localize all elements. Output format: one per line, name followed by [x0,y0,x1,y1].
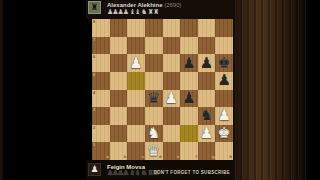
square-g5[interactable] [198,72,216,90]
square-c5[interactable] [127,72,145,90]
left-edge-sliver [0,0,3,180]
square-e5[interactable] [163,72,181,90]
white-pawn-avatar-icon: ♟ [90,165,98,174]
captured-white-pieces-tray: ♟♟♟♟ ♝♝ ♞ ♜♜ [107,9,158,16]
square-b5[interactable] [110,72,128,90]
square-d7[interactable] [145,37,163,55]
square-b4[interactable] [110,90,128,108]
square-c1[interactable]: c [127,142,145,160]
square-f5[interactable] [180,72,198,90]
square-g2[interactable]: ♟ [198,125,216,143]
white-pawn-c6[interactable]: ♟ [127,54,145,72]
wood-background-panel [233,0,306,180]
square-b1[interactable]: b [110,142,128,160]
square-d2[interactable]: ♞ [145,125,163,143]
file-label-b: b [124,155,126,159]
square-g7[interactable] [198,37,216,55]
square-c3[interactable] [127,107,145,125]
square-e2[interactable] [163,125,181,143]
rank-label-6: 6 [93,55,95,59]
white-player-avatar: ♟ [88,163,101,176]
square-e4[interactable]: ♟ [163,90,181,108]
square-c7[interactable] [127,37,145,55]
black-pawn-g6[interactable]: ♟ [198,54,216,72]
square-e6[interactable] [163,54,181,72]
square-h7[interactable] [215,37,233,55]
square-e8[interactable] [163,19,181,37]
chess-board: 876♟♟♟♚5♟4♛♟♟3♞♟2♞♟♚1abcd♛efgh [92,19,233,160]
white-pawn-h3[interactable]: ♟ [215,107,233,125]
square-c8[interactable] [127,19,145,37]
square-a5[interactable]: 5 [92,72,110,90]
square-h5[interactable]: ♟ [215,72,233,90]
rank-label-4: 4 [93,91,95,95]
square-f7[interactable] [180,37,198,55]
square-f1[interactable]: f [180,142,198,160]
rank-label-2: 2 [93,126,95,130]
square-e3[interactable] [163,107,181,125]
black-king-h6[interactable]: ♚ [215,54,233,72]
rank-label-7: 7 [93,38,95,42]
square-g3[interactable]: ♞ [198,107,216,125]
square-h3[interactable]: ♟ [215,107,233,125]
square-h4[interactable] [215,90,233,108]
white-knight-d2[interactable]: ♞ [145,125,163,143]
square-c4[interactable] [127,90,145,108]
captured-black-pieces-tray: ♟♟♟♟ ♝♝ ♞ ♜♜ [107,170,158,177]
white-king-h2[interactable]: ♚ [215,125,233,143]
square-f3[interactable] [180,107,198,125]
file-label-f: f [195,155,196,159]
square-e7[interactable] [163,37,181,55]
square-c6[interactable]: ♟ [127,54,145,72]
rank-label-3: 3 [93,108,95,112]
white-queen-d1[interactable]: ♛ [145,142,163,160]
square-b2[interactable] [110,125,128,143]
square-h6[interactable]: ♚ [215,54,233,72]
square-b8[interactable] [110,19,128,37]
square-b6[interactable] [110,54,128,72]
video-frame: ♜ Alexander Alekhine (2690) ♟♟♟♟ ♝♝ ♞ ♜♜… [0,0,320,180]
square-d5[interactable] [145,72,163,90]
square-h1[interactable]: h [215,142,233,160]
square-d8[interactable] [145,19,163,37]
file-label-g: g [212,155,214,159]
black-player-rating: (2690) [164,2,181,8]
square-d3[interactable] [145,107,163,125]
subscribe-reminder-text: DON'T FORGET TO SUBSCRIBE [154,170,231,175]
black-pawn-f4[interactable]: ♟ [180,90,198,108]
square-d1[interactable]: d♛ [145,142,163,160]
rank-label-5: 5 [93,73,95,77]
square-c2[interactable] [127,125,145,143]
rank-label-8: 8 [93,20,95,24]
square-a4[interactable]: 4 [92,90,110,108]
square-f4[interactable]: ♟ [180,90,198,108]
square-a1[interactable]: 1a [92,142,110,160]
square-d6[interactable] [145,54,163,72]
file-label-c: c [142,155,144,159]
black-rook-avatar-icon: ♜ [90,3,98,12]
square-e1[interactable]: e [163,142,181,160]
square-g6[interactable]: ♟ [198,54,216,72]
file-label-h: h [230,155,232,159]
file-label-e: e [177,155,179,159]
square-a7[interactable]: 7 [92,37,110,55]
white-pawn-e4[interactable]: ♟ [163,90,181,108]
square-f8[interactable] [180,19,198,37]
black-player-avatar: ♜ [88,1,101,14]
square-h8[interactable] [215,19,233,37]
square-b7[interactable] [110,37,128,55]
square-f6[interactable]: ♟ [180,54,198,72]
black-knight-g3[interactable]: ♞ [198,107,216,125]
square-a8[interactable]: 8 [92,19,110,37]
square-b3[interactable] [110,107,128,125]
square-g4[interactable] [198,90,216,108]
file-label-a: a [106,155,108,159]
black-pawn-f6[interactable]: ♟ [180,54,198,72]
white-pawn-g2[interactable]: ♟ [198,125,216,143]
square-a2[interactable]: 2 [92,125,110,143]
square-f2[interactable] [180,125,198,143]
black-pawn-h5[interactable]: ♟ [215,72,233,90]
square-h2[interactable]: ♚ [215,125,233,143]
square-g1[interactable]: g [198,142,216,160]
square-a3[interactable]: 3 [92,107,110,125]
rank-label-1: 1 [93,143,95,147]
square-d4[interactable]: ♛ [145,90,163,108]
square-a6[interactable]: 6 [92,54,110,72]
black-queen-d4[interactable]: ♛ [145,90,163,108]
square-g8[interactable] [198,19,216,37]
